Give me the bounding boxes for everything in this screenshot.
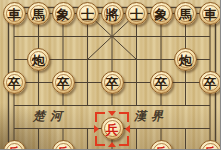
piece-black-chariot[interactable]: 車 — [3, 2, 26, 25]
piece-black-horse[interactable]: 馬 — [174, 2, 197, 25]
piece-glyph: 卒 — [106, 77, 119, 90]
piece-glyph: 兵 — [106, 123, 119, 136]
piece-black-cannon[interactable]: 炮 — [174, 48, 197, 71]
piece-black-soldier[interactable]: 卒 — [101, 71, 124, 94]
piece-glyph: 兵 — [204, 146, 217, 150]
piece-glyph: 卒 — [8, 77, 21, 90]
piece-glyph: 車 — [8, 8, 21, 21]
river-label-left: 楚河 — [31, 110, 67, 122]
piece-glyph: 車 — [204, 8, 217, 21]
piece-glyph: 將 — [106, 8, 119, 21]
piece-glyph: 馬 — [179, 8, 192, 21]
piece-glyph: 象 — [155, 8, 168, 21]
piece-black-general[interactable]: 將 — [101, 2, 124, 25]
piece-black-soldier[interactable]: 卒 — [199, 71, 221, 94]
piece-glyph: 兵 — [155, 146, 168, 150]
river-label-right: 漢界 — [132, 110, 168, 122]
piece-black-elephant[interactable]: 象 — [52, 2, 75, 25]
piece-black-advisor[interactable]: 士 — [76, 2, 99, 25]
piece-black-cannon[interactable]: 炮 — [27, 48, 50, 71]
piece-glyph: 卒 — [155, 77, 168, 90]
piece-glyph: 士 — [81, 8, 94, 21]
piece-black-elephant[interactable]: 象 — [150, 2, 173, 25]
piece-glyph: 象 — [57, 8, 70, 21]
piece-glyph: 卒 — [57, 77, 70, 90]
piece-black-chariot[interactable]: 車 — [199, 2, 221, 25]
piece-glyph: 卒 — [204, 77, 217, 90]
piece-black-advisor[interactable]: 士 — [125, 2, 148, 25]
piece-glyph: 炮 — [32, 54, 45, 67]
piece-black-soldier[interactable]: 卒 — [3, 71, 26, 94]
piece-black-soldier[interactable]: 卒 — [150, 71, 173, 94]
piece-glyph: 士 — [130, 8, 143, 21]
piece-black-soldier[interactable]: 卒 — [52, 71, 75, 94]
piece-glyph: 馬 — [32, 8, 45, 21]
piece-glyph: 炮 — [179, 54, 192, 67]
piece-black-horse[interactable]: 馬 — [27, 2, 50, 25]
piece-glyph: 兵 — [57, 146, 70, 150]
piece-glyph: 兵 — [8, 146, 21, 150]
piece-red-soldier[interactable]: 兵 — [101, 117, 124, 140]
xiangqi-board[interactable]: 楚河 漢界 車馬象士將士象馬車炮炮卒卒卒卒卒兵兵兵兵兵 — [0, 0, 220, 149]
